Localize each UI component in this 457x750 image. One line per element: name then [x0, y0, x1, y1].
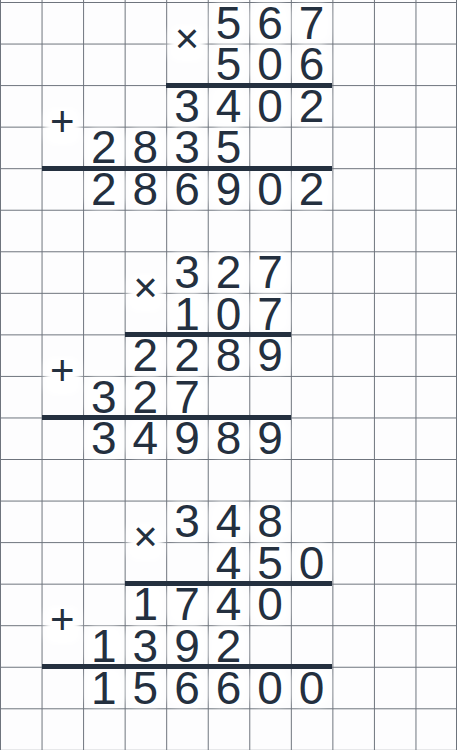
- answer-line: [125, 581, 333, 586]
- digit-cell: 3: [83, 376, 125, 418]
- digit-cell: 3: [166, 127, 208, 169]
- digit-cell: 9: [249, 334, 291, 376]
- digit-cell: 0: [249, 168, 291, 210]
- digit-cell: 2: [83, 127, 125, 169]
- digit-cell: 2: [166, 334, 208, 376]
- digit-cell: 8: [208, 334, 250, 376]
- digit-cell: 3: [166, 501, 208, 543]
- digit-cell: 7: [166, 376, 208, 418]
- plus-sign: +: [42, 355, 84, 397]
- digit-cell: 9: [249, 418, 291, 460]
- plus-sign: +: [42, 106, 84, 148]
- digit-cell: 6: [166, 667, 208, 709]
- digit-cell: 4: [208, 542, 250, 584]
- digit-cell: 4: [208, 85, 250, 127]
- digit-cell: 8: [125, 127, 167, 169]
- digit-cell: 0: [291, 542, 333, 584]
- answer-line: [166, 83, 332, 88]
- answer-line: [42, 664, 333, 669]
- digit-cell: 5: [208, 127, 250, 169]
- answer-line: [125, 332, 291, 337]
- digit-cell: 0: [249, 667, 291, 709]
- digit-cell: 2: [291, 85, 333, 127]
- digit-cell: 9: [208, 168, 250, 210]
- digit-cell: 2: [291, 168, 333, 210]
- digit-cell: 2: [125, 334, 167, 376]
- digit-cell: 4: [125, 418, 167, 460]
- digit-cell: 7: [166, 584, 208, 626]
- digit-cell: 9: [166, 625, 208, 667]
- digit-cell: 9: [166, 418, 208, 460]
- digit-cell: 3: [83, 418, 125, 460]
- digit-cell: 0: [249, 85, 291, 127]
- digit-cell: 7: [249, 293, 291, 335]
- digit-cell: 8: [249, 501, 291, 543]
- digit-cell: 8: [208, 418, 250, 460]
- digit-cell: 0: [291, 667, 333, 709]
- digit-cell: 3: [125, 625, 167, 667]
- digit-cell: 2: [208, 251, 250, 293]
- digit-cell: 2: [125, 376, 167, 418]
- digit-cell: 5: [249, 542, 291, 584]
- digit-cell: 1: [83, 625, 125, 667]
- digit-cell: 2: [208, 625, 250, 667]
- digit-cell: 6: [291, 44, 333, 86]
- digit-cell: 0: [249, 44, 291, 86]
- multiply-sign: ×: [166, 23, 208, 65]
- digit-cell: 6: [249, 2, 291, 44]
- digit-cell: 3: [166, 251, 208, 293]
- answer-line: [42, 166, 333, 171]
- digit-cell: 6: [166, 168, 208, 210]
- digit-cell: 6: [208, 667, 250, 709]
- digit-cell: 1: [166, 293, 208, 335]
- digit-cell: 8: [125, 168, 167, 210]
- digit-cell: 2: [83, 168, 125, 210]
- answer-line: [42, 415, 291, 420]
- digit-cell: 1: [125, 584, 167, 626]
- digit-cell: 4: [208, 501, 250, 543]
- digit-cell: 0: [249, 584, 291, 626]
- digit-cell: 5: [125, 667, 167, 709]
- digit-cell: 3: [166, 85, 208, 127]
- multiply-sign: ×: [125, 272, 167, 314]
- digit-cell: 5: [208, 44, 250, 86]
- multiply-sign: ×: [125, 521, 167, 563]
- digit-cell: 4: [208, 584, 250, 626]
- plus-sign: +: [42, 604, 84, 646]
- digit-cell: 5: [208, 2, 250, 44]
- grid-paper: 567×5063402+2835286902327×1072289+327349…: [0, 0, 457, 750]
- digit-cell: 7: [291, 2, 333, 44]
- digit-cell: 7: [249, 251, 291, 293]
- digit-cell: 0: [208, 293, 250, 335]
- digit-cell: 1: [83, 667, 125, 709]
